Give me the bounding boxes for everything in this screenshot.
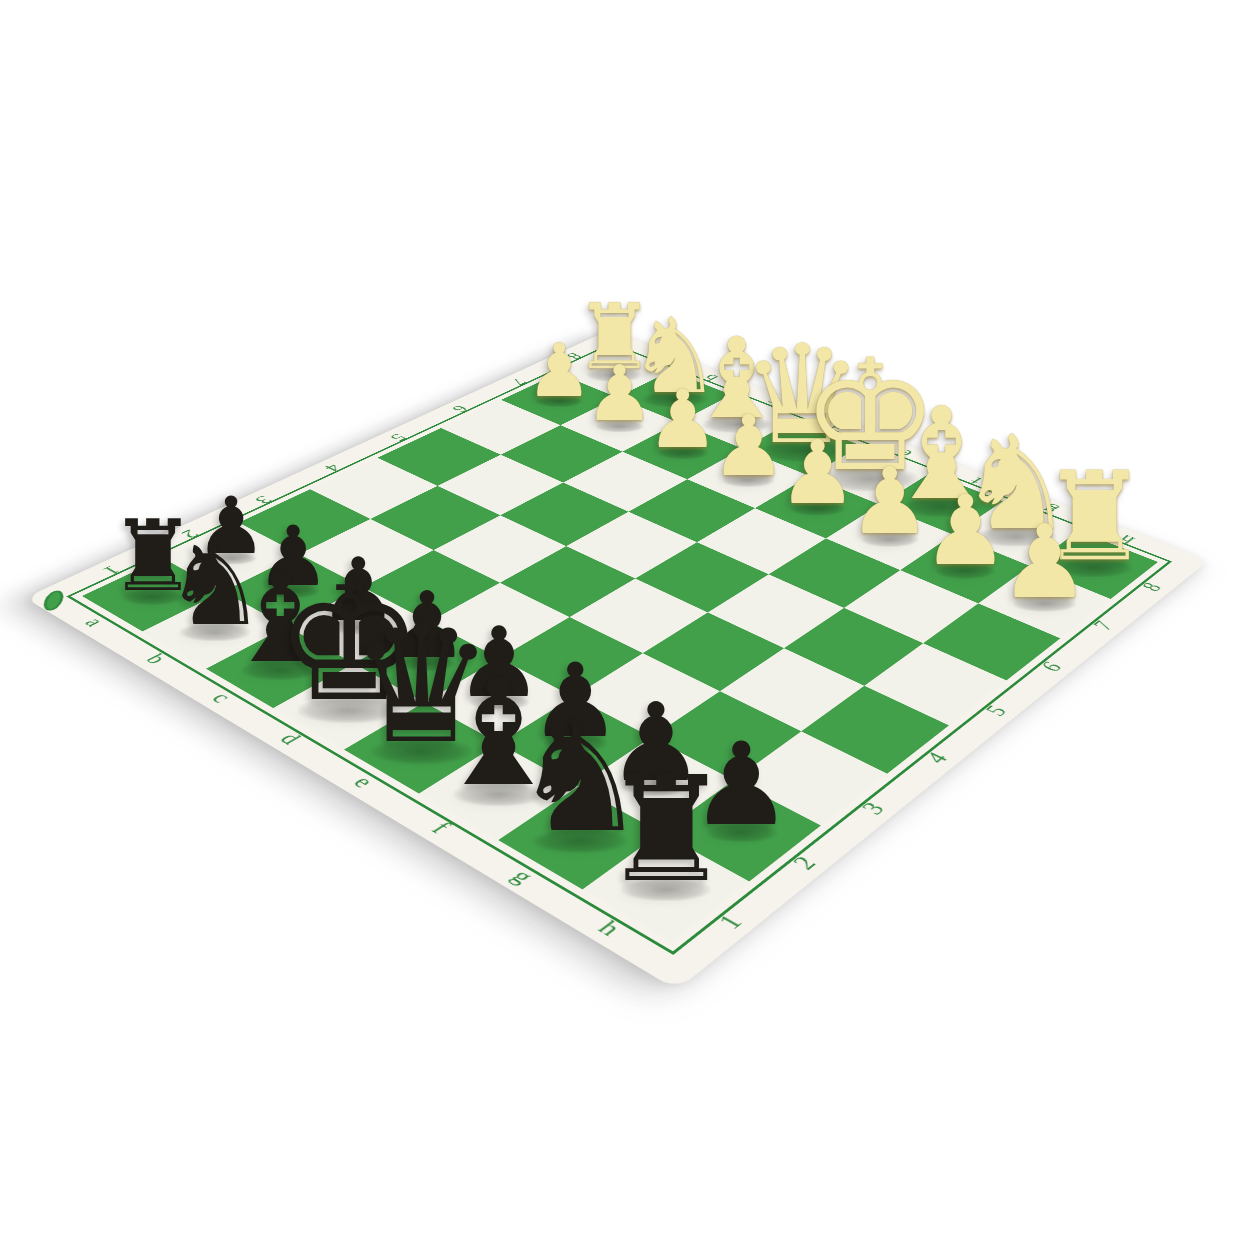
chess-board: aabbccddeeffgghh1122334455667788 — [25, 330, 1209, 991]
product-photo-stage: aabbccddeeffgghh1122334455667788 ♜♞♟♝♟♛♟… — [0, 0, 1250, 1250]
board-grid — [82, 348, 1158, 942]
